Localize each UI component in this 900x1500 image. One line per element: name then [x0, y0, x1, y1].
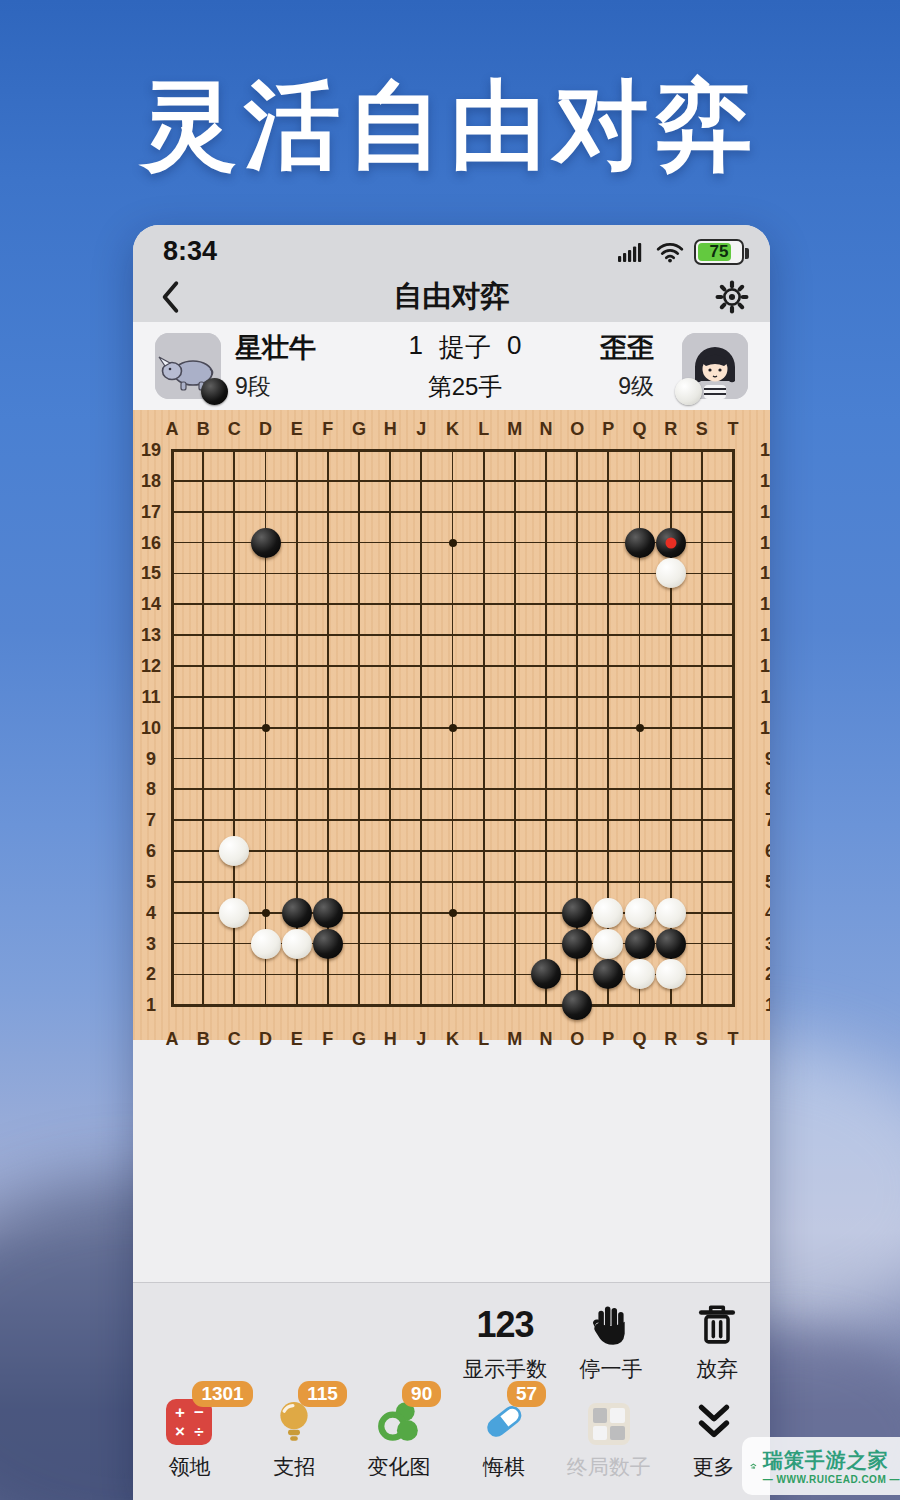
show-move-numbers-button[interactable]: 123 显示手数 [452, 1295, 558, 1383]
column-label: O [570, 419, 584, 440]
back-button[interactable] [139, 272, 203, 322]
row-label: 7 [765, 810, 770, 831]
row-label: 18 [141, 470, 161, 491]
black-stone-Q16 [625, 528, 655, 558]
row-label: 14 [141, 594, 161, 615]
white-stone-badge [675, 378, 702, 405]
column-label: M [507, 1029, 522, 1050]
row-label: 4 [146, 902, 156, 923]
resign-trash-icon [696, 1301, 738, 1347]
black-stone-Q3 [625, 929, 655, 959]
grid-line [483, 449, 485, 1007]
resign-button[interactable]: 放弃 [664, 1295, 770, 1383]
black-player-avatar [155, 333, 221, 399]
white-player-avatar [682, 333, 748, 399]
white-captures: 0 [507, 330, 521, 365]
white-player-rank: 9级 [618, 371, 654, 402]
row-label: 6 [146, 841, 156, 862]
grid-line [171, 788, 735, 790]
back-chevron-icon [159, 280, 183, 314]
white-stone-R4 [656, 898, 686, 928]
column-label: N [540, 1029, 553, 1050]
black-player-rank: 9段 [235, 371, 316, 402]
column-label: B [197, 419, 210, 440]
star-point [449, 724, 457, 732]
final-count-button[interactable]: 终局数子 [556, 1393, 661, 1481]
row-label: 1 [146, 995, 156, 1016]
column-label: P [602, 419, 614, 440]
column-label: N [540, 419, 553, 440]
grid-line [171, 1004, 735, 1007]
row-label: 15 [141, 563, 161, 584]
row-label: 16 [760, 532, 770, 553]
row-label: 19 [760, 440, 770, 461]
white-stone-Q2 [625, 959, 655, 989]
watermark-title: 瑞策手游之家 [763, 1447, 900, 1474]
black-captures: 1 [409, 330, 423, 365]
more-chevrons-icon [691, 1399, 737, 1445]
column-label: H [384, 419, 397, 440]
row-label: 11 [141, 686, 160, 707]
watermark: 瑞策手游之家 — WWW.RUICEAD.COM — [742, 1437, 900, 1495]
settings-button[interactable] [700, 272, 764, 322]
white-stone-E3 [282, 929, 312, 959]
row-label: 10 [760, 717, 770, 738]
move-numbers-123-icon: 123 [476, 1307, 533, 1347]
black-stone-F3 [313, 929, 343, 959]
column-label: E [291, 1029, 303, 1050]
row-label: 13 [760, 625, 770, 646]
row-label: 19 [141, 440, 161, 461]
column-label: P [602, 1029, 614, 1050]
white-stone-P4 [593, 898, 623, 928]
column-label: O [570, 1029, 584, 1050]
screen-background [133, 1040, 770, 1282]
column-label: C [228, 1029, 241, 1050]
row-label: 17 [141, 501, 161, 522]
grid-line [545, 449, 547, 1007]
wifi-icon [656, 241, 684, 263]
battery-icon: 75 [694, 239, 744, 265]
row-label: 5 [146, 871, 156, 892]
hint-button[interactable]: 115 支招 [242, 1393, 347, 1481]
black-stone-R16 [656, 528, 686, 558]
watermark-house-icon [750, 1447, 757, 1485]
row-label: 7 [146, 810, 156, 831]
column-label: E [291, 419, 303, 440]
star-point [636, 724, 644, 732]
row-label: 15 [760, 563, 770, 584]
column-label: T [728, 1029, 739, 1050]
black-stone-badge [201, 378, 228, 405]
battery-percent: 75 [696, 242, 742, 262]
last-move-marker [665, 537, 676, 548]
column-label: B [197, 1029, 210, 1050]
row-label: 2 [146, 964, 156, 985]
row-label: 9 [765, 748, 770, 769]
row-label: 14 [760, 594, 770, 615]
white-stone-C6 [219, 836, 249, 866]
column-label: R [664, 1029, 677, 1050]
row-label: 16 [141, 532, 161, 553]
column-label: Q [633, 419, 647, 440]
column-label: K [446, 419, 459, 440]
column-label: C [228, 419, 241, 440]
player-info-card: 星壮牛 9段 1 提子 0 第25手 歪歪 9级 [133, 322, 770, 410]
row-label: 11 [761, 686, 770, 707]
row-label: 13 [141, 625, 161, 646]
pass-hand-icon [589, 1301, 633, 1347]
grid-line [514, 449, 516, 1007]
status-bar: 8:34 75 [133, 225, 770, 272]
column-label: S [696, 1029, 708, 1050]
white-stone-C4 [219, 898, 249, 928]
go-board-grid[interactable]: AABBCCDDEEFFGGHHJJKKLLMMNNOOPPQQRRSSTT19… [133, 410, 770, 1040]
white-stone-R2 [656, 959, 686, 989]
star-point [262, 909, 270, 917]
row-label: 8 [146, 779, 156, 800]
final-count-grid-icon [588, 1403, 630, 1445]
variation-button[interactable]: 90 变化图 [347, 1393, 452, 1481]
column-label: K [446, 1029, 459, 1050]
black-stone-F4 [313, 898, 343, 928]
pass-button[interactable]: 停一手 [558, 1295, 664, 1383]
column-label: J [416, 1029, 426, 1050]
row-label: 5 [765, 871, 770, 892]
row-label: 3 [765, 933, 770, 954]
phone-mockup: 8:34 75 自由对弈 [133, 225, 770, 1500]
black-stone-N2 [531, 959, 561, 989]
grid-line [171, 881, 735, 883]
column-label: F [322, 419, 333, 440]
row-label: 2 [765, 964, 770, 985]
column-label: M [507, 419, 522, 440]
column-label: Q [633, 1029, 647, 1050]
column-label: F [322, 1029, 333, 1050]
row-label: 1 [765, 995, 770, 1016]
grid-line [732, 449, 735, 1007]
white-player-name: 歪歪 [600, 330, 654, 366]
black-stone-D16 [251, 528, 281, 558]
column-label: L [478, 419, 489, 440]
row-label: 9 [146, 748, 156, 769]
column-label: S [696, 419, 708, 440]
star-point [262, 724, 270, 732]
black-stone-O1 [562, 990, 592, 1020]
undo-button[interactable]: 57 悔棋 [451, 1393, 556, 1481]
bottom-toolbar: 123 显示手数 停一手 [133, 1282, 770, 1500]
row-label: 12 [760, 655, 770, 676]
black-stone-R3 [656, 929, 686, 959]
row-label: 3 [146, 933, 156, 954]
column-label: D [259, 419, 272, 440]
move-number: 第25手 [428, 371, 503, 403]
row-label: 18 [760, 470, 770, 491]
row-label: 6 [765, 841, 770, 862]
gear-icon [714, 279, 750, 315]
territory-button[interactable]: +− ×÷ 1301 领地 [137, 1393, 242, 1481]
captures-label: 提子 [439, 330, 491, 365]
nav-bar: 自由对弈 [133, 272, 770, 322]
column-label: D [259, 1029, 272, 1050]
black-player-name: 星壮牛 [235, 330, 316, 366]
cellular-signal-icon [618, 241, 646, 263]
column-label: R [664, 419, 677, 440]
row-label: 17 [760, 501, 770, 522]
white-stone-P3 [593, 929, 623, 959]
column-label: J [416, 419, 426, 440]
star-point [449, 539, 457, 547]
row-label: 12 [141, 655, 161, 676]
row-label: 8 [765, 779, 770, 800]
hero-title: 灵活自由对弈 [0, 62, 900, 192]
column-label: H [384, 1029, 397, 1050]
page-title: 自由对弈 [394, 277, 510, 317]
black-stone-P2 [593, 959, 623, 989]
variation-badge: 90 [402, 1381, 441, 1407]
undo-badge: 57 [507, 1381, 546, 1407]
hint-badge: 115 [298, 1381, 347, 1407]
grid-line [171, 819, 735, 821]
grid-line [171, 850, 735, 852]
column-label: L [478, 1029, 489, 1050]
grid-line [701, 449, 703, 1007]
territory-badge: 1301 [192, 1381, 252, 1407]
white-stone-R15 [656, 558, 686, 588]
column-label: G [352, 419, 366, 440]
white-stone-Q4 [625, 898, 655, 928]
clock-time: 8:34 [163, 236, 217, 267]
black-stone-O4 [562, 898, 592, 928]
column-label: T [728, 419, 739, 440]
white-stone-D3 [251, 929, 281, 959]
star-point [449, 909, 457, 917]
watermark-url: — WWW.RUICEAD.COM — [763, 1474, 900, 1485]
black-stone-O3 [562, 929, 592, 959]
column-label: G [352, 1029, 366, 1050]
black-stone-E4 [282, 898, 312, 928]
column-label: A [166, 1029, 179, 1050]
row-label: 10 [141, 717, 161, 738]
row-label: 4 [765, 902, 770, 923]
column-label: A [166, 419, 179, 440]
grid-line [171, 758, 735, 760]
